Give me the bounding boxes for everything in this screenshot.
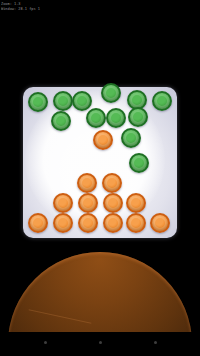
orange-marble[interactable] <box>150 213 170 233</box>
green-marble[interactable] <box>101 83 121 103</box>
orange-marble[interactable] <box>78 213 98 233</box>
green-marble[interactable] <box>128 107 148 127</box>
orange-marble[interactable] <box>53 213 73 233</box>
nav-dot-home[interactable] <box>99 341 102 344</box>
orange-marble[interactable] <box>77 173 97 193</box>
green-marble[interactable] <box>129 153 149 173</box>
orange-marble[interactable] <box>126 213 146 233</box>
nav-dot-back[interactable] <box>44 341 47 344</box>
green-marble[interactable] <box>106 108 126 128</box>
orange-marble[interactable] <box>103 213 123 233</box>
orange-marble[interactable] <box>126 193 146 213</box>
orange-marble[interactable] <box>53 193 73 213</box>
debug-overlay: Zoom: 1.3 Window: 28.1 fps 1 <box>1 2 40 11</box>
orange-marble[interactable] <box>78 193 98 213</box>
orange-marble[interactable] <box>93 130 113 150</box>
green-marble[interactable] <box>152 91 172 111</box>
orange-marble[interactable] <box>102 173 122 193</box>
debug-line-1: Zoom: 1.3 <box>1 2 21 6</box>
green-marble[interactable] <box>72 91 92 111</box>
green-marble[interactable] <box>51 111 71 131</box>
dome-container <box>0 250 200 332</box>
green-marble[interactable] <box>121 128 141 148</box>
green-marble[interactable] <box>86 108 106 128</box>
debug-line-2: Window: 28.1 fps 1 <box>1 7 40 11</box>
android-nav-bar <box>0 332 200 356</box>
orange-marble[interactable] <box>103 193 123 213</box>
game-board <box>23 87 177 238</box>
green-marble[interactable] <box>53 91 73 111</box>
orange-marble[interactable] <box>28 213 48 233</box>
nav-dot-recents[interactable] <box>154 341 157 344</box>
green-marble[interactable] <box>28 92 48 112</box>
orange-glow-dome <box>8 252 192 332</box>
